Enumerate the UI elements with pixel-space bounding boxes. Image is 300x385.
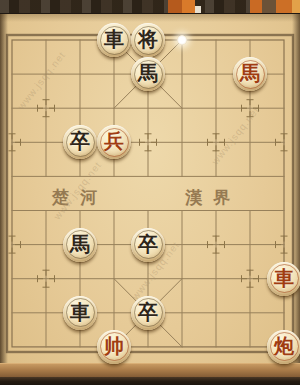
piece-character: 馬 <box>131 57 165 91</box>
piece-black-general[interactable]: 将 <box>131 23 165 57</box>
piece-black-soldier[interactable]: 卒 <box>131 296 165 330</box>
last-move-indicator-dot <box>177 35 187 45</box>
bottom-dark-bar <box>0 377 300 385</box>
piece-red-horse[interactable]: 馬 <box>233 57 267 91</box>
mosaic-block <box>168 0 182 13</box>
piece-character: 車 <box>97 23 131 57</box>
piece-black-horse[interactable]: 馬 <box>131 57 165 91</box>
piece-character: 馬 <box>63 228 97 262</box>
bottom-wood-strip <box>0 363 300 378</box>
piece-character: 卒 <box>63 125 97 159</box>
piece-character: 車 <box>63 296 97 330</box>
piece-character: 将 <box>131 23 165 57</box>
mosaic-block <box>250 0 262 13</box>
piece-black-soldier[interactable]: 卒 <box>63 125 97 159</box>
piece-red-chariot[interactable]: 車 <box>267 262 300 296</box>
piece-character: 帅 <box>97 330 131 364</box>
piece-red-cannon[interactable]: 炮 <box>267 330 300 364</box>
top-status-bar <box>0 0 300 14</box>
mosaic-block <box>195 6 201 13</box>
piece-character: 車 <box>267 262 300 296</box>
xiangqi-game-screen: 楚河 漢界 www.jsqq.net www.jsqq.net www.jsqq… <box>0 0 300 385</box>
mosaic-block <box>292 0 300 13</box>
piece-red-soldier[interactable]: 兵 <box>97 125 131 159</box>
mosaic-block <box>182 0 195 13</box>
piece-character: 卒 <box>131 296 165 330</box>
piece-character: 炮 <box>267 330 300 364</box>
piece-black-chariot[interactable]: 車 <box>63 296 97 330</box>
piece-character: 卒 <box>131 228 165 262</box>
piece-black-horse[interactable]: 馬 <box>63 228 97 262</box>
left-wood-shadow <box>0 13 8 365</box>
river-label-han-jie: 漢界 <box>185 187 241 207</box>
mosaic-block <box>276 0 292 13</box>
mosaic-block <box>262 0 276 13</box>
piece-character: 馬 <box>233 57 267 91</box>
top-bar-shadow <box>0 13 300 22</box>
piece-red-general[interactable]: 帅 <box>97 330 131 364</box>
piece-character: 兵 <box>97 125 131 159</box>
right-wood-shadow <box>292 13 300 365</box>
piece-black-chariot[interactable]: 車 <box>97 23 131 57</box>
piece-black-soldier[interactable]: 卒 <box>131 228 165 262</box>
